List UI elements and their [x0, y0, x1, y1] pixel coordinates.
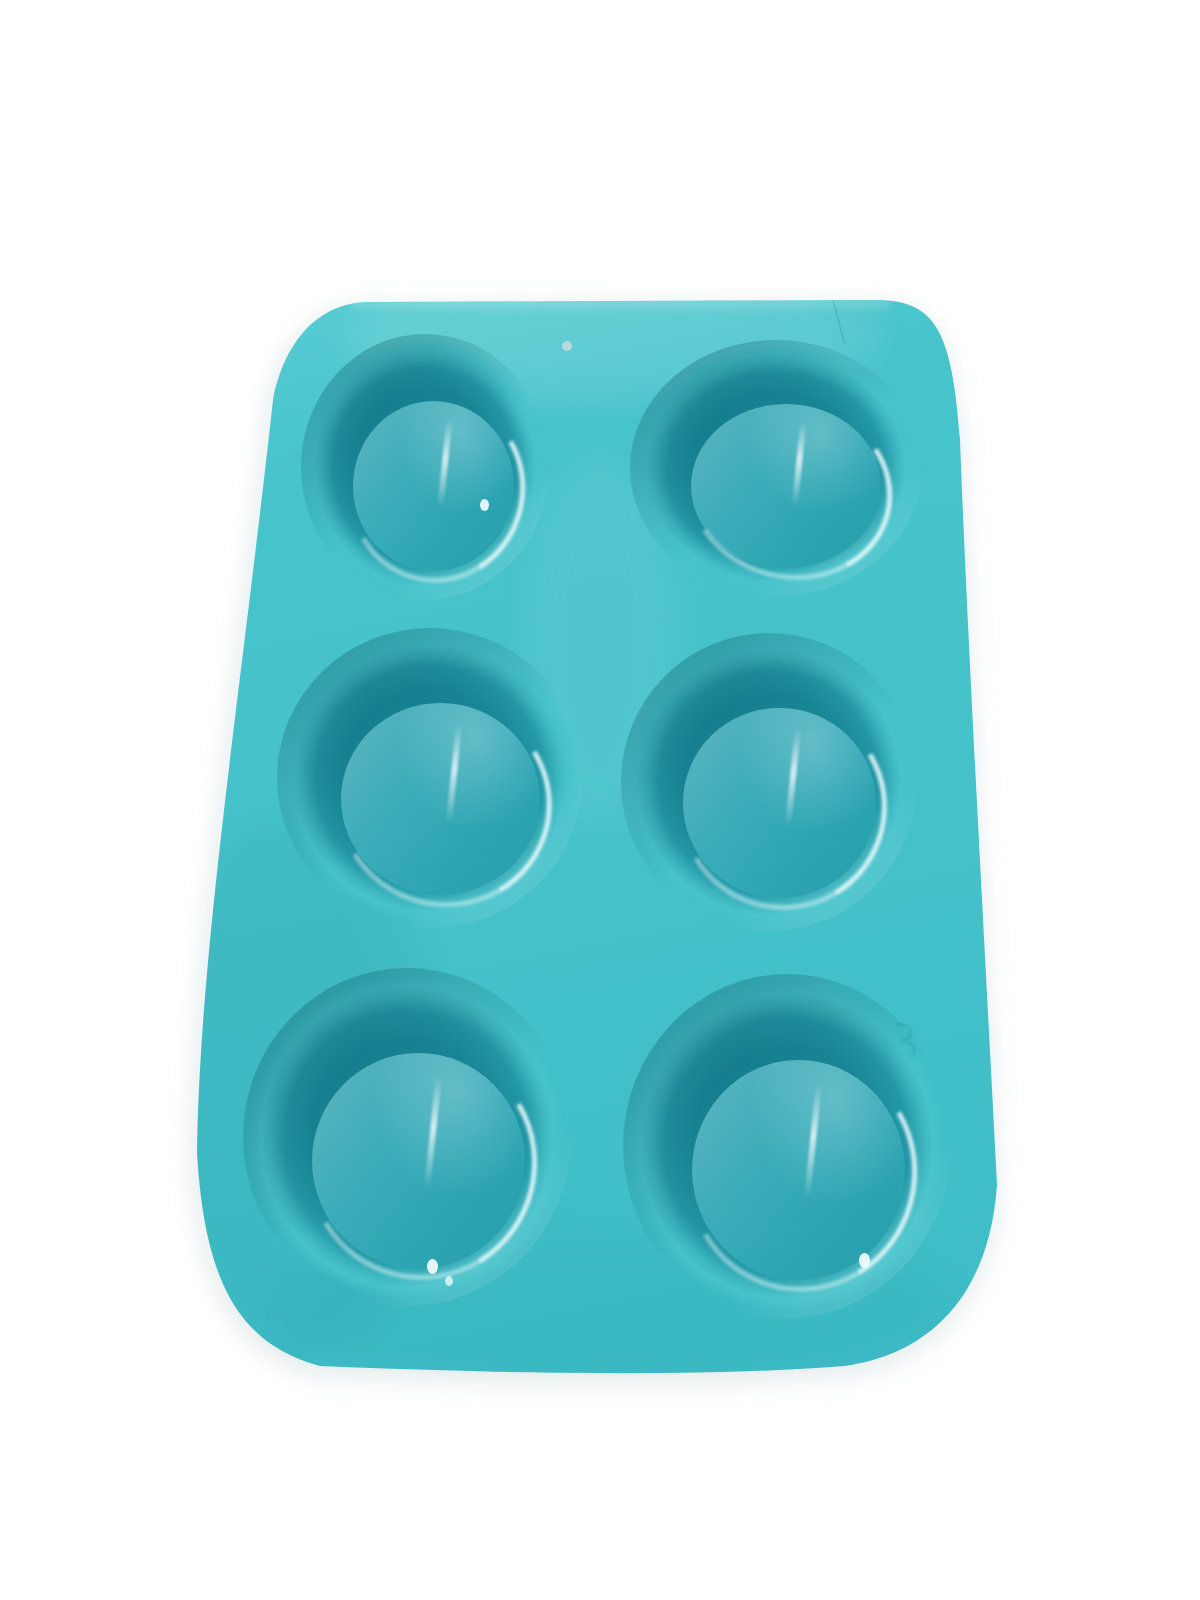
- muffin-cavity-2: [630, 340, 922, 596]
- muffin-cavity-6: [623, 974, 951, 1318]
- muffin-cavity-5: [243, 968, 571, 1306]
- muffin-cavity-1: [301, 334, 549, 600]
- dust-speck: [562, 341, 572, 351]
- muffin-cavity-4: [621, 633, 917, 931]
- cavity-5-specular-dot-small: [445, 1276, 453, 1286]
- muffin-cavity-3: [277, 628, 583, 928]
- cavity-1-specular-dot: [480, 499, 489, 511]
- cavity-6-specular-dot: [859, 1253, 870, 1268]
- muffin-mold-body: [0, 0, 1200, 1600]
- cavity-5-specular-dot: [427, 1259, 438, 1274]
- photo-scene: [0, 0, 1200, 1600]
